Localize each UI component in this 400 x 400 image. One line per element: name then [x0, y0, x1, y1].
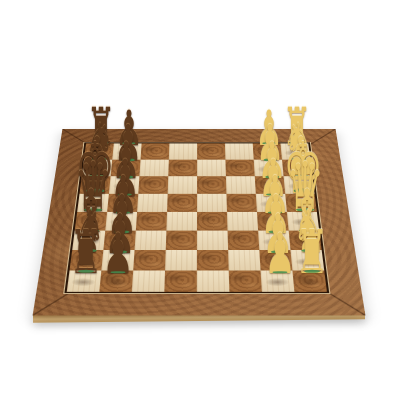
square-f8 [80, 176, 111, 193]
square-c3 [228, 231, 260, 251]
square-d8 [75, 212, 107, 231]
square-b4 [197, 250, 229, 270]
square-h1 [280, 143, 310, 159]
square-d5 [166, 212, 197, 231]
square-e6 [137, 194, 168, 212]
square-d7 [105, 212, 137, 231]
square-c4 [197, 231, 228, 251]
square-c5 [166, 231, 197, 251]
square-h5 [169, 143, 197, 159]
square-f6 [138, 176, 168, 193]
square-d3 [227, 212, 258, 231]
square-h8 [84, 143, 114, 159]
square-e1 [285, 194, 317, 212]
square-g6 [139, 160, 168, 177]
square-a5 [164, 271, 197, 292]
square-c6 [135, 231, 167, 251]
square-b3 [228, 250, 260, 270]
square-f1 [284, 176, 315, 193]
square-b7 [101, 250, 134, 270]
square-b1 [290, 250, 324, 270]
square-a8 [67, 271, 102, 292]
square-a7 [99, 271, 133, 292]
square-b6 [133, 250, 166, 270]
square-g1 [282, 160, 312, 177]
square-a6 [132, 271, 165, 292]
square-h6 [141, 143, 170, 159]
square-d1 [287, 212, 319, 231]
square-g4 [197, 160, 226, 177]
square-a4 [197, 271, 230, 292]
square-h3 [225, 143, 254, 159]
square-f7 [109, 176, 140, 193]
square-e2 [256, 194, 287, 212]
playing-area [64, 142, 329, 293]
square-a3 [229, 271, 262, 292]
square-c7 [103, 231, 135, 251]
square-g3 [225, 160, 254, 177]
square-f5 [168, 176, 197, 193]
square-d6 [136, 212, 167, 231]
square-h2 [253, 143, 282, 159]
square-c8 [72, 231, 105, 251]
square-d4 [197, 212, 228, 231]
square-b2 [259, 250, 292, 270]
square-h7 [112, 143, 141, 159]
square-f4 [197, 176, 226, 193]
square-f2 [255, 176, 285, 193]
board-grid [67, 143, 327, 291]
chess-board [33, 129, 366, 316]
square-g8 [82, 160, 112, 177]
square-d2 [257, 212, 289, 231]
square-c2 [258, 231, 290, 251]
square-g2 [254, 160, 284, 177]
square-g5 [168, 160, 197, 177]
square-h4 [197, 143, 225, 159]
square-a2 [261, 271, 295, 292]
square-e4 [197, 194, 227, 212]
square-e7 [107, 194, 138, 212]
square-c1 [289, 231, 322, 251]
square-e5 [167, 194, 197, 212]
chess-set-scene: ♜♟♟♜♞♟♟♞♝♟♟♝♚♟♟♚♛♟♟♛♝♟♟♝♞♟♟♞♜♟♟♜ [0, 0, 400, 400]
square-g7 [111, 160, 141, 177]
square-f3 [226, 176, 256, 193]
square-a1 [292, 271, 327, 292]
square-b8 [70, 250, 104, 270]
square-e8 [77, 194, 109, 212]
square-e3 [226, 194, 257, 212]
product-photo: ♜♟♟♜♞♟♟♞♝♟♟♝♚♟♟♚♛♟♟♛♝♟♟♝♞♟♟♞♜♟♟♜ [0, 0, 400, 400]
square-b5 [165, 250, 197, 270]
